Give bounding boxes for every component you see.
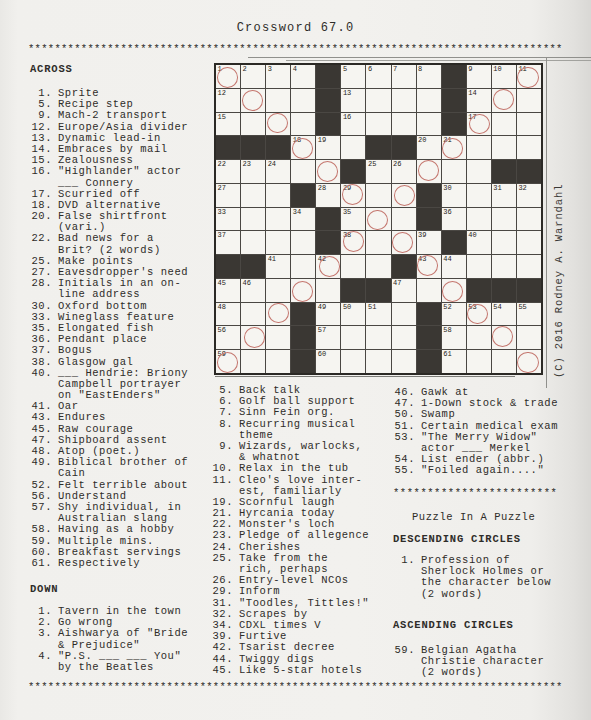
cell-number: 16: [343, 113, 351, 121]
cell-r13c11[interactable]: [467, 350, 491, 373]
cell-number: 45: [218, 279, 226, 287]
cell-r3c13[interactable]: [517, 113, 541, 136]
cell-r5c13: [517, 160, 541, 183]
clue-text: "Highlander" actor: [52, 166, 181, 177]
cell-r3c11[interactable]: 17: [467, 113, 491, 136]
circle-mark: [217, 67, 238, 88]
cell-number: 19: [318, 136, 326, 144]
cell-r4c2: [241, 136, 265, 159]
cell-r3c6[interactable]: 16: [341, 113, 365, 136]
cell-r7c5: [316, 208, 340, 231]
clue-number: 1.: [393, 555, 415, 566]
ascending-circles-header: ASCENDING CIRCLES: [393, 620, 514, 631]
clue-continuation: Cain: [30, 468, 188, 479]
cell-r3c8[interactable]: [392, 113, 416, 136]
cell-number: 51: [368, 303, 376, 311]
cell-number: 25: [368, 160, 376, 168]
cell-r6c12[interactable]: 31: [492, 184, 516, 207]
circle-mark: [292, 138, 313, 159]
clue-59: 59.Multiple mins.: [30, 536, 188, 547]
cell-r11c8[interactable]: [392, 303, 416, 326]
clue-58: 58.Having as a hobby: [30, 524, 188, 535]
circle-mark: [492, 326, 513, 347]
cell-r4c1: [216, 136, 240, 159]
cell-r12c10[interactable]: 58: [442, 326, 466, 349]
descending-circles-header: DESCENDING CIRCLES: [393, 534, 521, 545]
down-clue-list-col1: 1.Tavern in the town2.Go wrong3.Aishwary…: [30, 606, 188, 673]
clue-text: Aishwarya of "Bride: [52, 628, 188, 639]
clue-number: [30, 662, 52, 673]
cell-r1c5: [316, 65, 340, 88]
cell-r8c10: [442, 231, 466, 254]
clue-continuation: (2 words): [393, 667, 544, 678]
clue-number: 9.: [30, 110, 52, 121]
cell-r3c9[interactable]: [417, 113, 441, 136]
cell-r1c4[interactable]: 4: [291, 65, 315, 88]
cell-r8c7[interactable]: [366, 231, 390, 254]
circle-mark: [469, 114, 490, 135]
cell-r11c6[interactable]: 50: [341, 303, 365, 326]
clue-continuation: on "EastEnders": [30, 390, 188, 401]
cell-r6c8[interactable]: [392, 184, 416, 207]
clue-11: 11.Cleo's love inter-: [211, 475, 369, 486]
cell-r5c10[interactable]: [442, 160, 466, 183]
cell-number: 15: [218, 113, 226, 121]
cell-r9c12[interactable]: [492, 255, 516, 278]
cell-r4c11[interactable]: [467, 136, 491, 159]
cell-r1c10: [442, 65, 466, 88]
clue-number: 59.: [393, 645, 415, 656]
cell-r5c9[interactable]: [417, 160, 441, 183]
cell-r2c13[interactable]: [517, 89, 541, 112]
cell-r12c6[interactable]: [341, 326, 365, 349]
cell-r12c7[interactable]: [366, 326, 390, 349]
clue-45: 45.Like 5-star hotels: [211, 665, 369, 676]
clue-26: 26.Entry-level NCOs: [211, 575, 369, 586]
cell-r11c7[interactable]: 51: [366, 303, 390, 326]
cell-r1c8[interactable]: 7: [392, 65, 416, 88]
clue-text: Bad news for a: [52, 233, 154, 244]
cell-number: 4: [293, 65, 297, 73]
cell-r8c13[interactable]: [517, 231, 541, 254]
cell-r8c12[interactable]: [492, 231, 516, 254]
cell-r13c3[interactable]: [266, 350, 290, 373]
cell-r5c1[interactable]: 22: [216, 160, 240, 183]
cell-r3c2[interactable]: [241, 113, 265, 136]
cell-r9c5[interactable]: 42: [316, 255, 340, 278]
cell-r1c3[interactable]: 3: [266, 65, 290, 88]
cell-r11c4: [291, 303, 315, 326]
cell-r2c4[interactable]: [291, 89, 315, 112]
cell-number: 32: [518, 184, 526, 192]
cell-r1c9[interactable]: 8: [417, 65, 441, 88]
cell-r9c6[interactable]: [341, 255, 365, 278]
clue-text: Glasgow gal: [52, 357, 133, 368]
down-header: DOWN: [30, 584, 58, 595]
clue-number: 16.: [30, 166, 52, 177]
cell-r10c12: [492, 279, 516, 302]
cell-r8c9[interactable]: 39: [417, 231, 441, 254]
separator-top: ****************************************…: [28, 43, 565, 55]
clue-number: 50.: [393, 409, 415, 420]
cell-r3c3[interactable]: [266, 113, 290, 136]
across-clue-list: 1.Sprite5.Recipe step9.Mach-2 transport1…: [30, 88, 188, 569]
cell-r12c8[interactable]: [392, 326, 416, 349]
clue-43: 43.Endures: [30, 412, 188, 423]
cell-number: 13: [343, 89, 351, 97]
clue-text: Inform: [233, 586, 280, 597]
cell-r9c8: [392, 255, 416, 278]
cell-r4c13[interactable]: [517, 136, 541, 159]
cell-r11c5[interactable]: 49: [316, 303, 340, 326]
cell-r11c11[interactable]: 53: [467, 303, 491, 326]
cell-number: 33: [218, 208, 226, 216]
cell-r1c6[interactable]: 5: [341, 65, 365, 88]
cell-r2c6[interactable]: 13: [341, 89, 365, 112]
cell-r7c7[interactable]: [366, 208, 390, 231]
cell-r9c11[interactable]: [467, 255, 491, 278]
cell-r5c11[interactable]: [467, 160, 491, 183]
cell-r11c12[interactable]: 54: [492, 303, 516, 326]
cell-number: 39: [418, 231, 426, 239]
cell-number: 35: [343, 208, 351, 216]
clue-text: Bogus: [52, 345, 92, 356]
cell-number: 34: [293, 208, 301, 216]
cell-r10c6: [341, 279, 365, 302]
cell-r9c4[interactable]: [291, 255, 315, 278]
clue-text: line address: [52, 289, 140, 300]
clue-number: [393, 566, 415, 577]
cell-r1c1[interactable]: 1: [216, 65, 240, 88]
circle-mark: [319, 256, 340, 277]
cell-r1c12[interactable]: 10: [492, 65, 516, 88]
clue-number: [30, 289, 52, 300]
clue-text: Respectively: [52, 558, 140, 569]
clue-number: 40.: [30, 368, 52, 379]
circle-mark: [343, 231, 364, 252]
cell-r13c9: [417, 350, 441, 373]
cell-number: 61: [443, 350, 451, 358]
clue-text: Endures: [52, 412, 106, 423]
cell-r6c11[interactable]: [467, 184, 491, 207]
cell-number: 27: [218, 184, 226, 192]
cell-number: 31: [493, 184, 501, 192]
clue-text: Sinn Fein org.: [233, 407, 335, 418]
cell-r3c7[interactable]: [366, 113, 390, 136]
clue-text: ___ Connery: [52, 178, 133, 189]
cell-r9c13[interactable]: [517, 255, 541, 278]
cell-r10c5[interactable]: [316, 279, 340, 302]
cell-r5c5[interactable]: [316, 160, 340, 183]
circle-mark: [244, 327, 265, 348]
cell-number: 50: [343, 303, 351, 311]
cell-r6c1[interactable]: 27: [216, 184, 240, 207]
cell-r13c7[interactable]: [366, 350, 390, 373]
cell-number: 60: [318, 350, 326, 358]
cell-r7c10[interactable]: 36: [442, 208, 466, 231]
cell-r7c6[interactable]: 35: [341, 208, 365, 231]
clue-61: 61.Respectively: [30, 558, 188, 569]
circle-mark: [267, 113, 288, 134]
cell-r8c4[interactable]: [291, 231, 315, 254]
cell-number: 54: [493, 303, 501, 311]
clue-29: 29.Inform: [211, 586, 369, 597]
cell-r2c3[interactable]: [266, 89, 290, 112]
cell-r4c3: [266, 136, 290, 159]
clue-number: 58.: [30, 524, 52, 535]
clue-text: Tsarist decree: [233, 642, 335, 653]
circle-mark: [442, 138, 463, 159]
clue-number: 38.: [30, 357, 52, 368]
clue-50: 50.Swamp: [393, 409, 558, 420]
cell-r12c12[interactable]: [492, 326, 516, 349]
clue-text: Like 5-star hotels: [233, 665, 362, 676]
clue-text: the character below: [415, 577, 551, 588]
cell-r13c12[interactable]: [492, 350, 516, 373]
cell-r8c11[interactable]: 40: [467, 231, 491, 254]
clue-number: 61.: [30, 558, 52, 569]
cell-r13c5[interactable]: 60: [316, 350, 340, 373]
cell-r7c9: [417, 208, 441, 231]
clue-number: 42.: [211, 642, 233, 653]
clue-text: Having as a hobby: [52, 524, 174, 535]
cell-r4c10[interactable]: 21: [442, 136, 466, 159]
clue-text: Multiple mins.: [52, 536, 154, 547]
cell-r8c5: [316, 231, 340, 254]
cell-r10c3[interactable]: [266, 279, 290, 302]
descending-circles-clue: 1.Profession ofSherlock Holmes orthe cha…: [393, 555, 551, 600]
cell-r7c12[interactable]: [492, 208, 516, 231]
cell-r13c2[interactable]: [241, 350, 265, 373]
down-clue-list-col2: 5.Back talk6.Golf ball support7.Sinn Fei…: [211, 385, 369, 676]
cell-r13c13[interactable]: [517, 350, 541, 373]
cell-number: 56: [218, 326, 226, 334]
cell-r6c4: [291, 184, 315, 207]
clue-text: "Foiled again....": [415, 465, 544, 476]
clue-number: [30, 178, 52, 189]
cell-r5c12: [492, 160, 516, 183]
cell-number: 12: [218, 89, 226, 97]
cell-r13c6[interactable]: [341, 350, 365, 373]
cell-r8c2[interactable]: [241, 231, 265, 254]
cell-r11c13[interactable]: 55: [517, 303, 541, 326]
cell-r12c3[interactable]: [266, 326, 290, 349]
cell-number: 49: [318, 303, 326, 311]
cell-number: 14: [468, 89, 476, 97]
clue-text: (2 words): [415, 667, 483, 678]
cell-r1c7[interactable]: 6: [366, 65, 390, 88]
circle-mark: [342, 184, 363, 205]
cell-r11c2[interactable]: [241, 303, 265, 326]
clue-number: 7.: [211, 407, 233, 418]
cell-r6c2[interactable]: [241, 184, 265, 207]
cell-r7c13[interactable]: [517, 208, 541, 231]
clue-8: 8.Recurring musical: [211, 419, 369, 430]
clue-9: 9.Mach-2 transport: [30, 110, 188, 121]
cell-number: 37: [218, 231, 226, 239]
clue-continuation: the character below: [393, 577, 551, 588]
clue-number: 22.: [30, 233, 52, 244]
cell-r9c10[interactable]: 44: [442, 255, 466, 278]
cell-number: 2: [243, 65, 247, 73]
circle-mark: [517, 352, 538, 373]
circle-mark: [317, 161, 338, 182]
cell-r4c12[interactable]: [492, 136, 516, 159]
cell-r7c2[interactable]: [241, 208, 265, 231]
cell-r6c3[interactable]: [266, 184, 290, 207]
circle-mark: [217, 352, 238, 373]
cell-r12c11[interactable]: [467, 326, 491, 349]
cell-r5c6: [341, 160, 365, 183]
cell-r3c1[interactable]: 15: [216, 113, 240, 136]
cell-number: 47: [393, 279, 401, 287]
cell-r4c4[interactable]: 18: [291, 136, 315, 159]
cell-r3c4[interactable]: [291, 113, 315, 136]
clue-number: 28.: [30, 278, 52, 289]
cell-r5c4[interactable]: [291, 160, 315, 183]
across-header: ACROSS: [30, 64, 73, 75]
clue-49: 49.Biblical brother of: [30, 457, 188, 468]
scan-artifact-line-vertical: [546, 57, 547, 388]
cell-r12c5[interactable]: 57: [316, 326, 340, 349]
cell-r10c9[interactable]: [417, 279, 441, 302]
cell-number: 26: [393, 160, 401, 168]
cell-r2c12[interactable]: [492, 89, 516, 112]
clue-44: 44.Twiggy digs: [211, 654, 369, 665]
circle-mark: [292, 281, 313, 302]
clue-3: 3.Aishwarya of "Bride: [30, 628, 188, 639]
clue-number: [393, 656, 415, 667]
cell-r2c7[interactable]: [366, 89, 390, 112]
cell-r2c5: [316, 89, 340, 112]
cell-r7c1[interactable]: 33: [216, 208, 240, 231]
cell-r3c10: [442, 113, 466, 136]
cell-r8c8[interactable]: [392, 231, 416, 254]
cell-r8c1[interactable]: 37: [216, 231, 240, 254]
cell-r6c10[interactable]: 30: [442, 184, 466, 207]
clue-number: [30, 468, 52, 479]
cell-r4c8: [392, 136, 416, 159]
cell-r13c10[interactable]: 61: [442, 350, 466, 373]
cell-r11c9: [417, 303, 441, 326]
cell-r3c5: [316, 113, 340, 136]
cell-r12c2[interactable]: [241, 326, 265, 349]
copyright-text: (C) 2016 Rodney A. Warndahl: [553, 178, 569, 378]
cell-r2c11[interactable]: 14: [467, 89, 491, 112]
cell-number: 23: [243, 160, 251, 168]
cell-r12c4: [291, 326, 315, 349]
clue-continuation: ___ Connery: [30, 178, 188, 189]
cell-number: 10: [493, 65, 501, 73]
clue-text: Mach-2 transport: [52, 110, 168, 121]
clue-34: 34.CDXL times V: [211, 620, 369, 631]
cell-r10c7: [366, 279, 390, 302]
cell-number: 28: [318, 184, 326, 192]
cell-r1c11[interactable]: 9: [467, 65, 491, 88]
clue-number: 37.: [30, 345, 52, 356]
cell-number: 8: [418, 65, 422, 73]
cell-r9c9[interactable]: 43: [417, 255, 441, 278]
cell-r7c3[interactable]: [266, 208, 290, 231]
clue-continuation: (2 words): [393, 589, 551, 600]
cell-r10c2[interactable]: 46: [241, 279, 265, 302]
clue-22: 22.Bad news for a: [30, 233, 188, 244]
cell-r10c4[interactable]: [291, 279, 315, 302]
circle-mark: [417, 255, 438, 276]
cell-number: 36: [443, 208, 451, 216]
cell-number: 3: [268, 65, 272, 73]
cell-r13c8[interactable]: [392, 350, 416, 373]
cell-r11c1[interactable]: 48: [216, 303, 240, 326]
cell-r6c5[interactable]: 28: [316, 184, 340, 207]
clue-number: 23.: [211, 530, 233, 541]
cell-r6c6[interactable]: 29: [341, 184, 365, 207]
clue-text: Pledge of allegence: [233, 530, 369, 541]
cell-r7c11[interactable]: [467, 208, 491, 231]
crossword-grid: 1234567891011121314151617181920212223242…: [214, 63, 543, 375]
clue-continuation: by the Beatles: [30, 662, 188, 673]
cell-r2c1[interactable]: 12: [216, 89, 240, 112]
clue-number: 9.: [211, 441, 233, 452]
clue-7: 7.Sinn Fein org.: [211, 407, 369, 418]
cell-r2c2[interactable]: [241, 89, 265, 112]
puzzle-title: Crossword 67.0: [0, 21, 591, 35]
grid-shadow-line: [215, 376, 515, 377]
cell-r10c8[interactable]: 47: [392, 279, 416, 302]
cell-r5c3[interactable]: 24: [266, 160, 290, 183]
cell-r11c3[interactable]: [266, 303, 290, 326]
cell-r9c2: [241, 255, 265, 278]
clue-41: 41.Oar: [30, 401, 188, 412]
cell-r5c7[interactable]: 25: [366, 160, 390, 183]
cell-r2c9[interactable]: [417, 89, 441, 112]
cell-r9c3[interactable]: 41: [266, 255, 290, 278]
cell-r6c13[interactable]: 32: [517, 184, 541, 207]
cell-r12c13[interactable]: [517, 326, 541, 349]
cell-r4c6[interactable]: [341, 136, 365, 159]
cell-number: 46: [243, 279, 251, 287]
cell-r4c9[interactable]: 20: [417, 136, 441, 159]
cell-r7c8[interactable]: [392, 208, 416, 231]
cell-r5c2[interactable]: 23: [241, 160, 265, 183]
cell-r7c4[interactable]: 34: [291, 208, 315, 231]
clue-number: 49.: [30, 457, 52, 468]
circle-mark: [493, 89, 514, 110]
clue-47: 47.1-Down stock & trade: [393, 398, 558, 409]
clue-42: 42.Tsarist decree: [211, 642, 369, 653]
ascending-circles-clue: 59.Belgian AgathaChristie character(2 wo…: [393, 645, 544, 679]
cell-r6c7[interactable]: [366, 184, 390, 207]
cell-r2c8[interactable]: [392, 89, 416, 112]
cell-r10c10[interactable]: [442, 279, 466, 302]
cell-r1c2[interactable]: 2: [241, 65, 265, 88]
cell-r13c1[interactable]: 59: [216, 350, 240, 373]
cell-r3c12[interactable]: [492, 113, 516, 136]
cell-r12c1[interactable]: 56: [216, 326, 240, 349]
cell-number: 6: [368, 65, 372, 73]
cell-number: 57: [318, 326, 326, 334]
circle-mark: [367, 210, 388, 231]
cell-r4c5[interactable]: 19: [316, 136, 340, 159]
cell-r1c13[interactable]: 11: [517, 65, 541, 88]
cell-r10c1[interactable]: 45: [216, 279, 240, 302]
separator-bottom: ****************************************…: [28, 681, 565, 693]
cell-r9c7[interactable]: [366, 255, 390, 278]
cell-r8c3[interactable]: [266, 231, 290, 254]
cell-r5c8[interactable]: 26: [392, 160, 416, 183]
cell-r8c6[interactable]: 38: [341, 231, 365, 254]
cell-r11c10[interactable]: 52: [442, 303, 466, 326]
